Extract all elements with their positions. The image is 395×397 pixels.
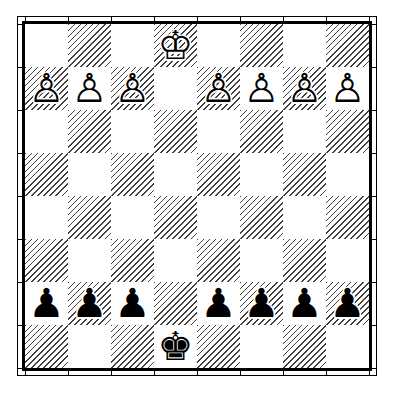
square-d4 — [154, 196, 197, 239]
square-c2: ♟ — [111, 282, 154, 325]
square-c4 — [111, 196, 154, 239]
square-b5 — [68, 153, 111, 196]
square-c5 — [111, 153, 154, 196]
square-d1: ♚ — [154, 325, 197, 368]
square-b7: ♙ — [68, 67, 111, 110]
chessboard: ♔♙♙♙♙♙♙♙♟♟♟♟♟♟♟♚ — [25, 24, 369, 368]
square-h4 — [326, 196, 369, 239]
square-d5 — [154, 153, 197, 196]
square-e3 — [197, 239, 240, 282]
piece-white-pawn-f7: ♙ — [244, 67, 280, 110]
square-g4 — [283, 196, 326, 239]
square-b8 — [68, 24, 111, 67]
square-h8 — [326, 24, 369, 67]
square-c3 — [111, 239, 154, 282]
square-d2 — [154, 282, 197, 325]
square-h2: ♟ — [326, 282, 369, 325]
piece-white-pawn-e7: ♙ — [201, 67, 237, 110]
square-e1 — [197, 325, 240, 368]
square-b3 — [68, 239, 111, 282]
square-a1 — [25, 325, 68, 368]
square-h7: ♙ — [326, 67, 369, 110]
piece-black-pawn-g2: ♟ — [287, 282, 323, 325]
piece-white-pawn-g7: ♙ — [287, 67, 323, 110]
piece-black-pawn-h2: ♟ — [330, 282, 366, 325]
piece-white-pawn-a7: ♙ — [29, 67, 65, 110]
square-a8 — [25, 24, 68, 67]
square-g7: ♙ — [283, 67, 326, 110]
square-f3 — [240, 239, 283, 282]
square-g1 — [283, 325, 326, 368]
square-d8: ♔ — [154, 24, 197, 67]
piece-black-pawn-f2: ♟ — [244, 282, 280, 325]
chessboard-edge: ♔♙♙♙♙♙♙♙♟♟♟♟♟♟♟♚ — [22, 21, 372, 371]
square-b1 — [68, 325, 111, 368]
square-g5 — [283, 153, 326, 196]
square-a6 — [25, 110, 68, 153]
square-e7: ♙ — [197, 67, 240, 110]
square-e4 — [197, 196, 240, 239]
square-a3 — [25, 239, 68, 282]
piece-black-pawn-c2: ♟ — [115, 282, 151, 325]
square-a2: ♟ — [25, 282, 68, 325]
square-h1 — [326, 325, 369, 368]
square-b6 — [68, 110, 111, 153]
square-e5 — [197, 153, 240, 196]
chessboard-frame: ♔♙♙♙♙♙♙♙♟♟♟♟♟♟♟♚ — [17, 16, 377, 376]
square-f1 — [240, 325, 283, 368]
piece-black-king-d1: ♚ — [158, 325, 194, 368]
piece-white-pawn-h7: ♙ — [330, 67, 366, 110]
piece-white-king-d8: ♔ — [158, 24, 194, 67]
square-d6 — [154, 110, 197, 153]
square-h5 — [326, 153, 369, 196]
square-d7 — [154, 67, 197, 110]
square-d3 — [154, 239, 197, 282]
square-g6 — [283, 110, 326, 153]
square-g3 — [283, 239, 326, 282]
piece-white-pawn-c7: ♙ — [115, 67, 151, 110]
square-c6 — [111, 110, 154, 153]
piece-white-pawn-b7: ♙ — [72, 67, 108, 110]
square-c8 — [111, 24, 154, 67]
square-f2: ♟ — [240, 282, 283, 325]
square-b4 — [68, 196, 111, 239]
square-a5 — [25, 153, 68, 196]
square-a4 — [25, 196, 68, 239]
square-f8 — [240, 24, 283, 67]
square-h6 — [326, 110, 369, 153]
square-g8 — [283, 24, 326, 67]
piece-black-pawn-e2: ♟ — [201, 282, 237, 325]
square-f7: ♙ — [240, 67, 283, 110]
square-c1 — [111, 325, 154, 368]
square-e2: ♟ — [197, 282, 240, 325]
square-c7: ♙ — [111, 67, 154, 110]
square-e6 — [197, 110, 240, 153]
piece-black-pawn-a2: ♟ — [29, 282, 65, 325]
square-f4 — [240, 196, 283, 239]
square-a7: ♙ — [25, 67, 68, 110]
square-b2: ♟ — [68, 282, 111, 325]
square-e8 — [197, 24, 240, 67]
square-g2: ♟ — [283, 282, 326, 325]
square-f6 — [240, 110, 283, 153]
piece-black-pawn-b2: ♟ — [72, 282, 108, 325]
square-f5 — [240, 153, 283, 196]
square-h3 — [326, 239, 369, 282]
